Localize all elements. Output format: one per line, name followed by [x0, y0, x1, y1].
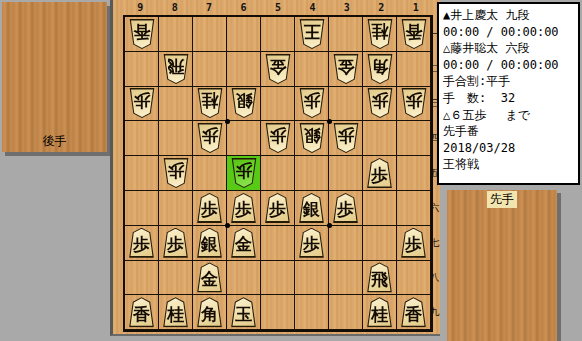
piece-歩-7-4[interactable]: 歩	[196, 123, 224, 153]
cell-5-6[interactable]: 歩	[261, 191, 295, 226]
cell-5-3[interactable]	[261, 87, 295, 122]
piece-歩-8-5[interactable]: 歩	[162, 158, 190, 188]
cell-1-1[interactable]: 香	[397, 17, 431, 52]
piece-銀-4-6[interactable]: 銀	[298, 193, 326, 223]
piece-歩-6-5[interactable]: 歩	[230, 158, 258, 188]
piece-桂-8-9[interactable]: 桂	[162, 297, 190, 327]
cell-9-5[interactable]	[125, 156, 159, 191]
sente-captured-pieces-tray[interactable]: 先手	[447, 190, 557, 341]
cell-7-6[interactable]: 歩	[193, 191, 227, 226]
cell-2-4[interactable]	[363, 121, 397, 156]
cell-4-7[interactable]: 歩	[295, 226, 329, 261]
cell-8-8[interactable]	[159, 261, 193, 296]
gote-captured-pieces-tray[interactable]: 後手	[2, 2, 107, 152]
cell-1-3[interactable]: 歩	[397, 87, 431, 122]
cell-2-2[interactable]: 角	[363, 52, 397, 87]
piece-桂-7-3[interactable]: 桂	[196, 88, 224, 118]
cell-8-7[interactable]: 歩	[159, 226, 193, 261]
cell-5-8[interactable]	[261, 261, 295, 296]
piece-歩-3-4[interactable]: 歩	[332, 123, 360, 153]
cell-4-6[interactable]: 銀	[295, 191, 329, 226]
cell-4-2[interactable]	[295, 52, 329, 87]
cell-4-8[interactable]	[295, 261, 329, 296]
cell-7-8[interactable]: 金	[193, 261, 227, 296]
cell-2-8[interactable]: 飛	[363, 261, 397, 296]
cell-8-4[interactable]	[159, 121, 193, 156]
cell-5-9[interactable]	[261, 295, 295, 330]
cell-8-3[interactable]	[159, 87, 193, 122]
cell-4-1[interactable]: 王	[295, 17, 329, 52]
cell-1-5[interactable]	[397, 156, 431, 191]
game-info-panel: ▲井上慶太 九段00:00 / 00:00:00△藤井聡太 六段00:00 / …	[437, 2, 580, 185]
cell-6-3[interactable]: 銀	[227, 87, 261, 122]
file-label-3: 3	[330, 2, 364, 14]
piece-香-9-1[interactable]: 香	[128, 19, 156, 49]
cell-4-3[interactable]: 歩	[295, 87, 329, 122]
cell-5-4[interactable]: 歩	[261, 121, 295, 156]
file-label-9: 9	[123, 2, 157, 14]
cell-6-4[interactable]	[227, 121, 261, 156]
cell-3-2[interactable]: 金	[329, 52, 363, 87]
info-line-9: 2018/03/28	[443, 140, 574, 157]
gote-label: 後手	[2, 133, 107, 150]
cell-9-6[interactable]	[125, 191, 159, 226]
piece-角-2-2[interactable]: 角	[366, 54, 394, 84]
cell-3-3[interactable]	[329, 87, 363, 122]
file-label-7: 7	[192, 2, 226, 14]
cell-3-9[interactable]	[329, 295, 363, 330]
piece-桂-2-9[interactable]: 桂	[366, 297, 394, 327]
cell-5-1[interactable]	[261, 17, 295, 52]
sente-label: 先手	[487, 191, 517, 208]
cell-7-7[interactable]: 銀	[193, 226, 227, 261]
cell-7-9[interactable]: 角	[193, 295, 227, 330]
piece-歩-6-6[interactable]: 歩	[230, 193, 258, 223]
cell-7-2[interactable]	[193, 52, 227, 87]
game-info-lines: ▲井上慶太 九段00:00 / 00:00:00△藤井聡太 六段00:00 / …	[443, 7, 574, 173]
cell-3-1[interactable]	[329, 17, 363, 52]
cell-1-2[interactable]	[397, 52, 431, 87]
rank-label-9: 九	[430, 295, 439, 330]
hoshi-dot	[327, 223, 332, 228]
cell-9-1[interactable]: 香	[125, 17, 159, 52]
cell-8-9[interactable]: 桂	[159, 295, 193, 330]
piece-王-4-1[interactable]: 王	[298, 19, 326, 49]
file-label-1: 1	[399, 2, 433, 14]
piece-銀-4-4[interactable]: 銀	[298, 123, 326, 153]
info-line-2: 00:00 / 00:00:00	[443, 24, 574, 41]
cell-3-6[interactable]: 歩	[329, 191, 363, 226]
hoshi-dot	[225, 223, 230, 228]
cell-6-7[interactable]: 金	[227, 226, 261, 261]
info-line-1: ▲井上慶太 九段	[443, 7, 574, 24]
piece-歩-2-3[interactable]: 歩	[366, 88, 394, 118]
piece-玉-6-9[interactable]: 玉	[230, 297, 258, 327]
cell-1-7[interactable]: 歩	[397, 226, 431, 261]
hoshi-dot	[327, 119, 332, 124]
piece-歩-8-7[interactable]: 歩	[162, 228, 190, 258]
info-line-6: 手 数: 32	[443, 90, 574, 107]
rank-label-8: 八	[430, 261, 439, 296]
piece-歩-1-3[interactable]: 歩	[400, 88, 428, 118]
file-label-6: 6	[226, 2, 260, 14]
cell-6-8[interactable]	[227, 261, 261, 296]
cell-7-4[interactable]: 歩	[193, 121, 227, 156]
piece-銀-6-3[interactable]: 銀	[230, 88, 258, 118]
cell-2-6[interactable]	[363, 191, 397, 226]
cell-5-5[interactable]	[261, 156, 295, 191]
piece-香-1-1[interactable]: 香	[400, 19, 428, 49]
cell-2-3[interactable]: 歩	[363, 87, 397, 122]
cell-8-5[interactable]: 歩	[159, 156, 193, 191]
piece-歩-9-3[interactable]: 歩	[128, 88, 156, 118]
rank-label-7: 七	[430, 226, 439, 261]
file-coordinate-labels: 987654321	[123, 2, 433, 14]
cell-9-8[interactable]	[125, 261, 159, 296]
cell-1-9[interactable]: 香	[397, 295, 431, 330]
cell-5-2[interactable]: 金	[261, 52, 295, 87]
cell-5-7[interactable]	[261, 226, 295, 261]
file-label-5: 5	[261, 2, 295, 14]
cell-1-8[interactable]	[397, 261, 431, 296]
piece-歩-3-6[interactable]: 歩	[332, 193, 360, 223]
piece-歩-1-7[interactable]: 歩	[400, 228, 428, 258]
cell-9-4[interactable]	[125, 121, 159, 156]
piece-金-3-2[interactable]: 金	[332, 54, 360, 84]
piece-歩-5-4[interactable]: 歩	[264, 123, 292, 153]
shogi-board: 987654321 香王桂香飛金金角歩桂銀歩歩歩歩歩銀歩歩歩歩歩歩歩銀歩歩歩銀金…	[110, 0, 440, 336]
info-line-5: 手合割:平手	[443, 73, 574, 90]
shogi-app-window: 後手 987654321 香王桂香飛金金角歩桂銀歩歩歩歩歩銀歩歩歩歩歩歩歩銀歩歩…	[0, 0, 582, 341]
file-label-2: 2	[364, 2, 398, 14]
info-line-8: 先手番	[443, 123, 574, 140]
cell-2-1[interactable]: 桂	[363, 17, 397, 52]
piece-飛-8-2[interactable]: 飛	[162, 54, 190, 84]
cell-7-3[interactable]: 桂	[193, 87, 227, 122]
cell-2-7[interactable]	[363, 226, 397, 261]
piece-香-1-9[interactable]: 香	[400, 297, 428, 327]
info-line-3: △藤井聡太 六段	[443, 40, 574, 57]
cell-9-7[interactable]: 歩	[125, 226, 159, 261]
cell-1-4[interactable]	[397, 121, 431, 156]
cell-9-2[interactable]	[125, 52, 159, 87]
cell-8-6[interactable]	[159, 191, 193, 226]
info-line-7: △６五歩 まで	[443, 107, 574, 124]
info-line-4: 00:00 / 00:00:00	[443, 57, 574, 74]
cell-2-5[interactable]: 歩	[363, 156, 397, 191]
cell-4-9[interactable]	[295, 295, 329, 330]
piece-金-6-7[interactable]: 金	[230, 228, 258, 258]
piece-金-7-8[interactable]: 金	[196, 262, 224, 292]
piece-桂-2-1[interactable]: 桂	[366, 19, 394, 49]
cell-6-9[interactable]: 玉	[227, 295, 261, 330]
cell-3-7[interactable]	[329, 226, 363, 261]
piece-歩-4-7[interactable]: 歩	[298, 228, 326, 258]
info-line-10: 王将戦	[443, 156, 574, 173]
piece-歩-9-7[interactable]: 歩	[128, 228, 156, 258]
piece-金-5-2[interactable]: 金	[264, 54, 292, 84]
piece-歩-5-6[interactable]: 歩	[264, 193, 292, 223]
cell-3-8[interactable]	[329, 261, 363, 296]
piece-飛-2-8[interactable]: 飛	[366, 262, 394, 292]
rank-label-6: 六	[430, 191, 439, 226]
hoshi-dot	[225, 119, 230, 124]
cell-9-9[interactable]: 香	[125, 295, 159, 330]
cell-9-3[interactable]: 歩	[125, 87, 159, 122]
cell-4-4[interactable]: 銀	[295, 121, 329, 156]
board-grid: 香王桂香飛金金角歩桂銀歩歩歩歩歩銀歩歩歩歩歩歩歩銀歩歩歩銀金歩歩金飛香桂角玉桂香	[123, 15, 433, 332]
file-label-8: 8	[157, 2, 191, 14]
cell-6-5[interactable]: 歩	[227, 156, 261, 191]
piece-歩-7-6[interactable]: 歩	[196, 193, 224, 223]
piece-香-9-9[interactable]: 香	[128, 297, 156, 327]
cell-8-2[interactable]: 飛	[159, 52, 193, 87]
cell-8-1[interactable]	[159, 17, 193, 52]
cell-3-5[interactable]	[329, 156, 363, 191]
cell-6-2[interactable]	[227, 52, 261, 87]
cell-6-1[interactable]	[227, 17, 261, 52]
piece-角-7-9[interactable]: 角	[196, 297, 224, 327]
cell-3-4[interactable]: 歩	[329, 121, 363, 156]
cell-2-9[interactable]: 桂	[363, 295, 397, 330]
cell-1-6[interactable]	[397, 191, 431, 226]
file-label-4: 4	[295, 2, 329, 14]
cell-6-6[interactable]: 歩	[227, 191, 261, 226]
cell-4-5[interactable]	[295, 156, 329, 191]
piece-銀-7-7[interactable]: 銀	[196, 228, 224, 258]
cell-7-1[interactable]	[193, 17, 227, 52]
piece-歩-4-3[interactable]: 歩	[298, 88, 326, 118]
cell-7-5[interactable]	[193, 156, 227, 191]
piece-歩-2-5[interactable]: 歩	[366, 158, 394, 188]
